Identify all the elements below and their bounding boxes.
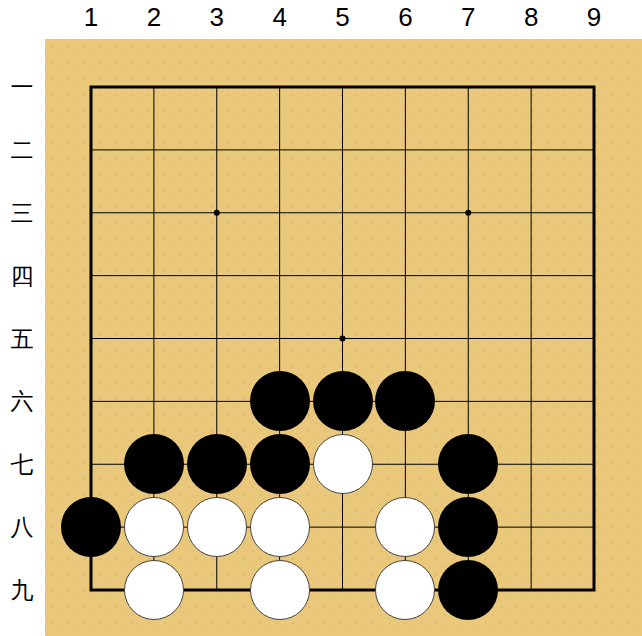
black-stone xyxy=(250,371,310,431)
intersection-3-8[interactable] xyxy=(185,496,248,559)
intersection-9-1[interactable] xyxy=(563,56,626,119)
intersection-2-7[interactable] xyxy=(122,433,185,496)
intersection-7-6[interactable] xyxy=(437,370,500,433)
intersection-1-3[interactable] xyxy=(60,181,123,244)
intersection-8-2[interactable] xyxy=(500,118,563,181)
intersection-4-4[interactable] xyxy=(248,244,311,307)
intersection-8-1[interactable] xyxy=(500,56,563,119)
col-label-8: 8 xyxy=(524,4,538,30)
black-stone xyxy=(61,497,121,557)
intersection-6-6[interactable] xyxy=(374,370,437,433)
intersection-5-3[interactable] xyxy=(311,181,374,244)
col-label-7: 7 xyxy=(461,4,475,30)
intersection-5-5[interactable] xyxy=(311,307,374,370)
col-label-5: 5 xyxy=(335,4,349,30)
intersection-6-9[interactable] xyxy=(374,559,437,622)
intersection-1-5[interactable] xyxy=(60,307,123,370)
intersection-7-2[interactable] xyxy=(437,118,500,181)
intersection-1-7[interactable] xyxy=(60,433,123,496)
intersection-5-1[interactable] xyxy=(311,56,374,119)
intersection-1-1[interactable] xyxy=(60,56,123,119)
row-label-1: 一 xyxy=(11,76,34,99)
intersection-3-1[interactable] xyxy=(185,56,248,119)
white-stone xyxy=(313,434,373,494)
col-label-2: 2 xyxy=(147,4,161,30)
intersection-3-7[interactable] xyxy=(185,433,248,496)
intersection-2-8[interactable] xyxy=(122,496,185,559)
intersection-4-3[interactable] xyxy=(248,181,311,244)
intersection-7-5[interactable] xyxy=(437,307,500,370)
intersection-7-4[interactable] xyxy=(437,244,500,307)
intersection-6-3[interactable] xyxy=(374,181,437,244)
intersection-9-6[interactable] xyxy=(563,370,626,433)
col-label-3: 3 xyxy=(210,4,224,30)
intersection-2-4[interactable] xyxy=(122,244,185,307)
white-stone xyxy=(375,497,435,557)
intersection-8-6[interactable] xyxy=(500,370,563,433)
intersection-2-9[interactable] xyxy=(122,559,185,622)
intersection-1-2[interactable] xyxy=(60,118,123,181)
intersection-3-2[interactable] xyxy=(185,118,248,181)
intersection-2-2[interactable] xyxy=(122,118,185,181)
black-stone xyxy=(438,434,498,494)
white-stone xyxy=(124,497,184,557)
intersection-5-8[interactable] xyxy=(311,496,374,559)
intersection-2-3[interactable] xyxy=(122,181,185,244)
row-label-7: 七 xyxy=(11,453,34,476)
intersection-8-5[interactable] xyxy=(500,307,563,370)
intersection-4-1[interactable] xyxy=(248,56,311,119)
intersection-2-5[interactable] xyxy=(122,307,185,370)
intersection-1-6[interactable] xyxy=(60,370,123,433)
row-label-9: 九 xyxy=(11,579,34,602)
row-label-6: 六 xyxy=(11,390,34,413)
intersection-8-9[interactable] xyxy=(500,559,563,622)
intersection-9-9[interactable] xyxy=(563,559,626,622)
row-label-2: 二 xyxy=(11,138,34,161)
intersection-1-8[interactable] xyxy=(60,496,123,559)
black-stone xyxy=(375,371,435,431)
intersection-8-7[interactable] xyxy=(500,433,563,496)
black-stone xyxy=(438,560,498,620)
black-stone xyxy=(250,434,310,494)
intersection-6-7[interactable] xyxy=(374,433,437,496)
black-stone xyxy=(187,434,247,494)
intersection-4-6[interactable] xyxy=(248,370,311,433)
intersection-9-4[interactable] xyxy=(563,244,626,307)
intersection-3-9[interactable] xyxy=(185,559,248,622)
intersection-9-5[interactable] xyxy=(563,307,626,370)
col-label-9: 9 xyxy=(587,4,601,30)
intersection-9-3[interactable] xyxy=(563,181,626,244)
black-stone xyxy=(124,434,184,494)
intersection-5-7[interactable] xyxy=(311,433,374,496)
intersection-6-8[interactable] xyxy=(374,496,437,559)
intersection-9-8[interactable] xyxy=(563,496,626,559)
intersection-5-9[interactable] xyxy=(311,559,374,622)
intersection-8-4[interactable] xyxy=(500,244,563,307)
intersection-6-4[interactable] xyxy=(374,244,437,307)
intersection-5-4[interactable] xyxy=(311,244,374,307)
intersection-4-5[interactable] xyxy=(248,307,311,370)
intersection-1-9[interactable] xyxy=(60,559,123,622)
intersection-7-1[interactable] xyxy=(437,56,500,119)
intersection-4-9[interactable] xyxy=(248,559,311,622)
intersection-3-5[interactable] xyxy=(185,307,248,370)
intersection-5-6[interactable] xyxy=(311,370,374,433)
intersection-4-7[interactable] xyxy=(248,433,311,496)
col-label-4: 4 xyxy=(272,4,286,30)
black-stone xyxy=(438,497,498,557)
intersection-4-8[interactable] xyxy=(248,496,311,559)
intersection-5-2[interactable] xyxy=(311,118,374,181)
intersection-6-1[interactable] xyxy=(374,56,437,119)
go-diagram: 123456789 一二三四五六七八九 xyxy=(0,0,642,636)
intersection-9-2[interactable] xyxy=(563,118,626,181)
row-label-8: 八 xyxy=(11,516,34,539)
go-board-grid xyxy=(60,56,626,622)
row-label-3: 三 xyxy=(11,201,34,224)
black-stone xyxy=(313,371,373,431)
intersection-7-7[interactable] xyxy=(437,433,500,496)
intersection-7-9[interactable] xyxy=(437,559,500,622)
row-label-5: 五 xyxy=(11,327,34,350)
intersection-3-3[interactable] xyxy=(185,181,248,244)
intersection-4-2[interactable] xyxy=(248,118,311,181)
white-stone xyxy=(250,497,310,557)
row-label-4: 四 xyxy=(11,264,34,287)
intersection-7-8[interactable] xyxy=(437,496,500,559)
intersection-3-4[interactable] xyxy=(185,244,248,307)
intersection-9-7[interactable] xyxy=(563,433,626,496)
col-label-6: 6 xyxy=(398,4,412,30)
intersection-6-5[interactable] xyxy=(374,307,437,370)
intersection-7-3[interactable] xyxy=(437,181,500,244)
intersection-8-8[interactable] xyxy=(500,496,563,559)
intersection-1-4[interactable] xyxy=(60,244,123,307)
intersection-2-1[interactable] xyxy=(122,56,185,119)
intersection-6-2[interactable] xyxy=(374,118,437,181)
intersection-2-6[interactable] xyxy=(122,370,185,433)
intersection-3-6[interactable] xyxy=(185,370,248,433)
white-stone xyxy=(375,560,435,620)
intersection-8-3[interactable] xyxy=(500,181,563,244)
white-stone xyxy=(250,560,310,620)
white-stone xyxy=(124,560,184,620)
white-stone xyxy=(187,497,247,557)
col-label-1: 1 xyxy=(84,4,98,30)
